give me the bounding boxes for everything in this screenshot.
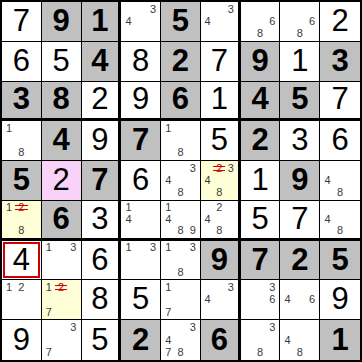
solved-digit: 6 — [91, 244, 108, 275]
cell-r6c6[interactable]: 248 — [201, 201, 241, 241]
candidate-7: 7 — [43, 306, 55, 318]
candidate-4: 4 — [321, 174, 334, 186]
given-digit: 7 — [132, 124, 149, 155]
pencil-marks: 36 — [242, 281, 279, 318]
cell-r4c1[interactable]: 18 — [2, 121, 42, 161]
candidate-8: 8 — [294, 28, 306, 40]
cell-r5c8[interactable]: 9 — [280, 161, 320, 201]
solved-digit: 1 — [251, 164, 268, 195]
given-digit: 6 — [172, 83, 189, 114]
pencil-marks: 128 — [3, 202, 40, 237]
pencil-marks: 348 — [162, 162, 199, 199]
candidate-8: 8 — [294, 346, 306, 359]
candidate-1: 1 — [162, 242, 174, 254]
cell-r1c5[interactable]: 5 — [161, 2, 201, 42]
cell-r2c6[interactable]: 7 — [201, 42, 241, 82]
given-digit: 4 — [251, 83, 268, 114]
cell-r1c4[interactable]: 34 — [121, 2, 161, 42]
candidate-3: 3 — [266, 281, 278, 293]
cell-r9c2[interactable]: 37 — [42, 320, 82, 360]
candidate-4: 4 — [281, 294, 293, 306]
solved-digit: 2 — [53, 164, 70, 195]
pencil-marks: 38 — [242, 321, 279, 359]
pencil-marks: 48 — [321, 162, 359, 199]
given-digit: 6 — [53, 203, 70, 234]
cell-r1c2[interactable]: 9 — [42, 2, 82, 42]
solved-digit: 9 — [91, 124, 108, 155]
candidate-8: 8 — [15, 225, 27, 237]
pencil-marks: 48 — [281, 321, 318, 359]
pencil-marks: 14 — [122, 202, 159, 237]
solved-digit: 1 — [211, 83, 228, 114]
solved-digit: 5 — [211, 124, 228, 155]
cell-r3c4[interactable]: 9 — [121, 82, 161, 122]
given-digit: 2 — [132, 324, 149, 355]
cell-r3c3[interactable]: 2 — [82, 82, 122, 122]
solved-digit: 4 — [13, 244, 30, 275]
solved-digit: 7 — [13, 5, 30, 36]
given-digit: 2 — [251, 124, 268, 155]
candidate-1: 1 — [43, 281, 55, 293]
cell-r4c7[interactable]: 2 — [241, 121, 281, 161]
solved-digit: 5 — [132, 283, 149, 314]
candidate-4: 4 — [321, 213, 334, 225]
solved-digit: 5 — [91, 324, 108, 355]
cell-r8c7[interactable]: 36 — [241, 280, 281, 320]
given-digit: 7 — [251, 244, 268, 275]
cell-r8c3[interactable]: 8 — [82, 280, 122, 320]
candidate-8: 8 — [174, 225, 186, 237]
cell-r5c7[interactable]: 1 — [241, 161, 281, 201]
given-digit: 3 — [331, 45, 348, 76]
candidate-2-struck: 2 — [15, 202, 27, 214]
candidate-2: 2 — [15, 281, 27, 293]
cell-r3c9[interactable]: 7 — [320, 82, 360, 122]
pencil-marks: 17 — [162, 281, 199, 318]
cell-r8c5[interactable]: 17 — [161, 280, 201, 320]
pencil-marks: 248 — [202, 202, 237, 237]
solved-digit: 7 — [331, 83, 348, 114]
cell-r2c8[interactable]: 1 — [280, 42, 320, 82]
candidate-3: 3 — [187, 321, 199, 334]
candidate-4: 4 — [122, 213, 134, 225]
solved-digit: 6 — [13, 45, 30, 76]
cell-r2c5[interactable]: 2 — [161, 42, 201, 82]
cell-r4c9[interactable]: 6 — [320, 121, 360, 161]
given-digit: 4 — [53, 124, 70, 155]
candidate-1: 1 — [3, 122, 15, 134]
pencil-marks: 18 — [3, 122, 40, 159]
given-digit: 4 — [91, 45, 108, 76]
cell-r9c6[interactable]: 6 — [201, 320, 241, 360]
candidate-4: 4 — [202, 15, 214, 27]
cell-r9c1[interactable]: 9 — [2, 320, 42, 360]
cell-r6c3[interactable]: 3 — [82, 201, 122, 241]
cell-r3c2[interactable]: 8 — [42, 82, 82, 122]
candidate-8: 8 — [213, 187, 225, 199]
solved-digit: 3 — [291, 124, 308, 155]
cell-r7c3[interactable]: 6 — [82, 241, 122, 281]
pencil-marks: 34 — [202, 3, 237, 40]
given-digit: 2 — [172, 45, 189, 76]
pencil-marks: 3478 — [162, 321, 199, 359]
cell-r1c6[interactable]: 34 — [201, 2, 241, 42]
given-digit: 5 — [172, 5, 189, 36]
candidate-3: 3 — [187, 242, 199, 254]
given-digit: 2 — [291, 244, 308, 275]
solved-digit: 7 — [291, 203, 308, 234]
solved-digit: 2 — [91, 83, 108, 114]
solved-digit: 9 — [13, 324, 30, 355]
pencil-marks: 68 — [281, 3, 318, 40]
cell-r4c6[interactable]: 5 — [201, 121, 241, 161]
candidate-3: 3 — [225, 281, 237, 293]
candidate-3: 3 — [67, 242, 79, 254]
cell-r1c8[interactable]: 68 — [280, 2, 320, 42]
candidate-8: 8 — [15, 147, 27, 159]
cell-r3c6[interactable]: 1 — [201, 82, 241, 122]
cell-r2c2[interactable]: 5 — [42, 42, 82, 82]
cell-r8c4[interactable]: 5 — [121, 280, 161, 320]
candidate-8: 8 — [174, 266, 186, 278]
candidate-4: 4 — [202, 294, 214, 306]
cell-r5c3[interactable]: 7 — [82, 161, 122, 201]
solved-digit: 5 — [251, 203, 268, 234]
candidate-1: 1 — [122, 242, 134, 254]
given-digit: 3 — [13, 83, 30, 114]
cell-r6c8[interactable]: 7 — [280, 201, 320, 241]
cell-r6c5[interactable]: 1489 — [161, 201, 201, 241]
cell-r4c8[interactable]: 3 — [280, 121, 320, 161]
given-digit: 7 — [91, 164, 108, 195]
cell-r5c9[interactable]: 48 — [320, 161, 360, 201]
cell-r7c8[interactable]: 2 — [280, 241, 320, 281]
cell-r7c9[interactable]: 5 — [320, 241, 360, 281]
given-digit: 9 — [211, 244, 228, 275]
pencil-marks: 127 — [43, 281, 80, 318]
candidate-2-struck: 2 — [213, 162, 225, 174]
pencil-marks: 138 — [162, 242, 199, 279]
cell-r9c4[interactable]: 2 — [121, 320, 161, 360]
cell-r9c5[interactable]: 3478 — [161, 320, 201, 360]
cell-r5c5[interactable]: 348 — [161, 161, 201, 201]
pencil-marks: 48 — [321, 202, 359, 237]
candidate-3: 3 — [266, 321, 278, 334]
candidate-8: 8 — [254, 346, 266, 359]
candidate-4: 4 — [202, 174, 214, 186]
cell-r7c1[interactable]: 4 — [2, 241, 42, 281]
cell-r9c3[interactable]: 5 — [82, 320, 122, 360]
candidate-3: 3 — [147, 242, 159, 254]
cell-r6c4[interactable]: 14 — [121, 201, 161, 241]
solved-digit: 9 — [331, 283, 348, 314]
cell-r9c7[interactable]: 38 — [241, 320, 281, 360]
candidate-7: 7 — [162, 346, 174, 359]
given-digit: 9 — [291, 164, 308, 195]
pencil-marks: 34 — [122, 3, 159, 40]
pencil-marks: 68 — [242, 3, 279, 40]
cell-r8c6[interactable]: 34 — [201, 280, 241, 320]
candidate-8: 8 — [213, 225, 225, 237]
cell-r8c8[interactable]: 46 — [280, 280, 320, 320]
cell-r7c7[interactable]: 7 — [241, 241, 281, 281]
cell-r8c2[interactable]: 127 — [42, 280, 82, 320]
cell-r6c9[interactable]: 48 — [320, 201, 360, 241]
given-digit: 1 — [331, 324, 348, 355]
candidate-7: 7 — [43, 346, 55, 359]
candidate-3: 3 — [187, 162, 199, 174]
candidate-8: 8 — [254, 28, 266, 40]
cell-r3c1[interactable]: 3 — [2, 82, 42, 122]
candidate-7: 7 — [162, 306, 174, 318]
cell-r7c2[interactable]: 13 — [42, 241, 82, 281]
candidate-1: 1 — [122, 202, 134, 214]
pencil-marks: 12 — [3, 281, 40, 318]
cell-r8c1[interactable]: 12 — [2, 280, 42, 320]
candidate-3: 3 — [225, 3, 237, 15]
solved-digit: 1 — [291, 45, 308, 76]
cell-r4c5[interactable]: 18 — [161, 121, 201, 161]
candidate-6: 6 — [266, 15, 278, 27]
pencil-marks: 37 — [43, 321, 80, 359]
pencil-marks: 1489 — [162, 202, 199, 237]
sudoku-board: 7913453468682654827913382961457184971852… — [0, 0, 362, 362]
candidate-4: 4 — [281, 334, 293, 347]
solved-digit: 6 — [132, 164, 149, 195]
candidate-8: 8 — [334, 225, 347, 237]
candidate-6: 6 — [306, 294, 318, 306]
cell-r3c5[interactable]: 6 — [161, 82, 201, 122]
cell-r1c3[interactable]: 1 — [82, 2, 122, 42]
candidate-1: 1 — [162, 281, 174, 293]
solved-digit: 5 — [53, 45, 70, 76]
candidate-4: 4 — [162, 213, 174, 225]
cell-r7c4[interactable]: 13 — [121, 241, 161, 281]
pencil-marks: 13 — [122, 242, 159, 279]
solved-digit: 2 — [331, 5, 348, 36]
given-digit: 9 — [53, 5, 70, 36]
candidate-3: 3 — [147, 3, 159, 15]
solved-digit: 8 — [91, 283, 108, 314]
solved-digit: 9 — [132, 83, 149, 114]
cell-r2c4[interactable]: 8 — [121, 42, 161, 82]
cell-r3c7[interactable]: 4 — [241, 82, 281, 122]
cell-r8c9[interactable]: 9 — [320, 280, 360, 320]
candidate-2-struck: 2 — [55, 281, 67, 293]
candidate-1: 1 — [3, 202, 15, 214]
solved-digit: 8 — [132, 45, 149, 76]
cell-r3c8[interactable]: 5 — [280, 82, 320, 122]
candidate-4: 4 — [162, 174, 174, 186]
candidate-6: 6 — [306, 15, 318, 27]
pencil-marks: 34 — [202, 281, 237, 318]
cell-r2c9[interactable]: 3 — [320, 42, 360, 82]
cell-r2c3[interactable]: 4 — [82, 42, 122, 82]
candidate-4: 4 — [202, 213, 214, 225]
candidate-2: 2 — [213, 202, 225, 214]
candidate-6: 6 — [266, 294, 278, 306]
candidate-9: 9 — [187, 225, 199, 237]
cell-r7c5[interactable]: 138 — [161, 241, 201, 281]
candidate-8: 8 — [174, 346, 186, 359]
given-digit: 6 — [211, 324, 228, 355]
pencil-marks: 13 — [43, 242, 80, 279]
solved-digit: 3 — [91, 203, 108, 234]
cell-r6c1[interactable]: 128 — [2, 201, 42, 241]
pencil-marks: 46 — [281, 281, 318, 318]
given-digit: 8 — [53, 83, 70, 114]
cell-r6c7[interactable]: 5 — [241, 201, 281, 241]
cell-r1c1[interactable]: 7 — [2, 2, 42, 42]
cell-r5c2[interactable]: 2 — [42, 161, 82, 201]
given-digit: 5 — [291, 83, 308, 114]
solved-digit: 7 — [211, 45, 228, 76]
cell-r1c9[interactable]: 2 — [320, 2, 360, 42]
cell-r7c6[interactable]: 9 — [201, 241, 241, 281]
candidate-8: 8 — [334, 187, 347, 199]
cell-r2c1[interactable]: 6 — [2, 42, 42, 82]
cell-r5c6[interactable]: 2348 — [201, 161, 241, 201]
cell-r4c3[interactable]: 9 — [82, 121, 122, 161]
candidate-1: 1 — [162, 122, 174, 134]
candidate-8: 8 — [174, 147, 186, 159]
given-digit: 9 — [251, 45, 268, 76]
given-digit: 5 — [331, 244, 348, 275]
cell-r6c2[interactable]: 6 — [42, 201, 82, 241]
cell-r5c1[interactable]: 5 — [2, 161, 42, 201]
candidate-1: 1 — [162, 202, 174, 214]
given-digit: 1 — [91, 5, 108, 36]
candidate-3: 3 — [225, 162, 237, 174]
solved-digit: 6 — [331, 124, 348, 155]
given-digit: 5 — [13, 164, 30, 195]
cell-r2c7[interactable]: 9 — [241, 42, 281, 82]
pencil-marks: 18 — [162, 122, 199, 159]
candidate-1: 1 — [3, 281, 15, 293]
candidate-4: 4 — [122, 15, 134, 27]
cell-r1c7[interactable]: 68 — [241, 2, 281, 42]
cell-r9c8[interactable]: 48 — [280, 320, 320, 360]
cell-r4c2[interactable]: 4 — [42, 121, 82, 161]
pencil-marks: 2348 — [202, 162, 237, 199]
cell-r4c4[interactable]: 7 — [121, 121, 161, 161]
cell-r9c9[interactable]: 1 — [320, 320, 360, 360]
candidate-8: 8 — [174, 187, 186, 199]
candidate-1: 1 — [43, 242, 55, 254]
candidate-4: 4 — [162, 334, 174, 347]
candidate-3: 3 — [67, 321, 79, 334]
cell-r5c4[interactable]: 6 — [121, 161, 161, 201]
